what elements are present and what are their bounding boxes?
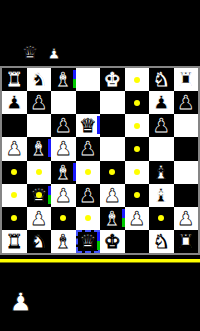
square-d1[interactable]: ♛: [76, 230, 101, 253]
square-d2[interactable]: [76, 207, 101, 230]
square-g7[interactable]: ♟: [149, 91, 174, 114]
square-b4[interactable]: [27, 161, 52, 184]
square-d5[interactable]: ♟: [76, 137, 101, 160]
white-knight: ♞: [153, 232, 170, 251]
square-e4[interactable]: [100, 161, 125, 184]
square-a7[interactable]: ♟: [2, 91, 27, 114]
square-e3[interactable]: ♟: [100, 184, 125, 207]
white-queen: ♛: [79, 232, 96, 251]
square-f7[interactable]: [125, 91, 150, 114]
white-rook: ♜: [177, 232, 194, 251]
black-bishop: ♝: [104, 209, 121, 228]
square-d3[interactable]: ♟: [76, 184, 101, 207]
captured-white-pawn: ♟: [47, 47, 60, 62]
black-pawn: ♟: [153, 116, 170, 135]
indicator-bar-blue: [73, 163, 76, 181]
square-b6[interactable]: [27, 114, 52, 137]
move-hint-dot[interactable]: [109, 169, 115, 175]
move-hint-dot[interactable]: [11, 169, 17, 175]
square-e7[interactable]: [100, 91, 125, 114]
square-h1[interactable]: ♜: [174, 230, 199, 253]
indicator-bar-blue-green: [122, 209, 125, 227]
square-h6[interactable]: [174, 114, 199, 137]
square-h3[interactable]: [174, 184, 199, 207]
square-e6[interactable]: [100, 114, 125, 137]
white-king: ♚: [104, 232, 121, 251]
square-b8[interactable]: ♞: [27, 68, 52, 91]
white-knight: ♞: [30, 232, 47, 251]
move-hint-dot[interactable]: [36, 192, 42, 198]
black-pawn: ♟: [153, 93, 170, 112]
square-c4[interactable]: ♝: [51, 161, 76, 184]
status-divider-shadow: [0, 262, 200, 263]
indicator-bar-blue-green: [97, 232, 100, 250]
square-g1[interactable]: ♞: [149, 230, 174, 253]
black-pawn: ♟: [79, 186, 96, 205]
square-c2[interactable]: [51, 207, 76, 230]
white-pawn: ♟: [55, 186, 72, 205]
move-hint-dot[interactable]: [11, 215, 17, 221]
captured-white-queen: ♛: [22, 44, 38, 62]
square-g5[interactable]: [149, 137, 174, 160]
white-bishop: ♝: [55, 232, 72, 251]
white-pawn: ♟: [30, 209, 47, 228]
square-h4[interactable]: [174, 161, 199, 184]
square-f3[interactable]: [125, 184, 150, 207]
black-rook: ♜: [177, 70, 194, 89]
square-g2[interactable]: [149, 207, 174, 230]
captured-pieces-tray-top: ♛ ♟: [22, 43, 61, 62]
black-pawn: ♟: [6, 93, 23, 112]
black-bishop: ♝: [55, 70, 72, 89]
white-pawn: ♟: [177, 209, 194, 228]
square-c6[interactable]: ♟: [51, 114, 76, 137]
black-pawn: ♟: [79, 139, 96, 158]
square-c3[interactable]: ♟: [51, 184, 76, 207]
square-h8[interactable]: ♜: [174, 68, 199, 91]
black-rook: ♜: [6, 70, 23, 89]
square-a3[interactable]: [2, 184, 27, 207]
square-h7[interactable]: ♟: [174, 91, 199, 114]
move-hint-dot[interactable]: [11, 192, 17, 198]
square-f4[interactable]: [125, 161, 150, 184]
square-c5[interactable]: ♟: [51, 137, 76, 160]
black-pawn: ♟: [55, 116, 72, 135]
square-b7[interactable]: ♟: [27, 91, 52, 114]
square-f8[interactable]: [125, 68, 150, 91]
square-f2[interactable]: ♟: [125, 207, 150, 230]
square-d4[interactable]: [76, 161, 101, 184]
white-pawn: ♟: [6, 139, 23, 158]
indicator-bar-blue: [48, 139, 51, 157]
square-h5[interactable]: [174, 137, 199, 160]
white-pawn: ♟: [128, 209, 145, 228]
black-bishop: ♝: [55, 163, 72, 182]
black-pawn: ♟: [177, 93, 194, 112]
square-g6[interactable]: ♟: [149, 114, 174, 137]
move-hint-dot[interactable]: [60, 215, 66, 221]
black-bishop: ♝: [30, 139, 47, 158]
square-c8[interactable]: ♝: [51, 68, 76, 91]
indicator-bar-blue-green: [48, 186, 51, 204]
square-c7[interactable]: [51, 91, 76, 114]
square-f6[interactable]: [125, 114, 150, 137]
square-f1[interactable]: [125, 230, 150, 253]
square-g3[interactable]: ♝: [149, 184, 174, 207]
white-queen: ♛: [79, 116, 96, 135]
square-f5[interactable]: [125, 137, 150, 160]
move-hint-dot[interactable]: [85, 215, 91, 221]
white-bishop: ♝: [153, 163, 170, 182]
square-d6[interactable]: ♛: [76, 114, 101, 137]
chess-board[interactable]: ♜♞♝♚♞♜♟♟♟♟♟♛♟♟♝♟♟♝♝♛♟♟♟♝♟♝♟♟♜♞♝♛♚♞♜: [0, 66, 200, 255]
black-knight: ♞: [30, 70, 47, 89]
square-a4[interactable]: [2, 161, 27, 184]
move-hint-dot[interactable]: [134, 146, 140, 152]
square-a2[interactable]: [2, 207, 27, 230]
square-e8[interactable]: ♚: [100, 68, 125, 91]
black-bishop: ♝: [153, 186, 170, 205]
square-b5[interactable]: ♝: [27, 137, 52, 160]
move-hint-dot[interactable]: [36, 169, 42, 175]
square-a6[interactable]: [2, 114, 27, 137]
move-hint-dot[interactable]: [134, 77, 140, 83]
white-pawn: ♟: [104, 186, 121, 205]
captured-pieces-tray-bottom: ♟: [9, 289, 32, 315]
move-hint-dot[interactable]: [134, 123, 140, 129]
square-d8[interactable]: [76, 68, 101, 91]
square-b1[interactable]: ♞: [27, 230, 52, 253]
move-hint-dot[interactable]: [85, 169, 91, 175]
square-a5[interactable]: ♟: [2, 137, 27, 160]
square-c1[interactable]: ♝: [51, 230, 76, 253]
square-h2[interactable]: ♟: [174, 207, 199, 230]
square-e5[interactable]: [100, 137, 125, 160]
black-pawn: ♟: [30, 93, 47, 112]
indicator-bar-blue-green: [73, 70, 76, 88]
black-king: ♚: [104, 70, 121, 89]
move-hint-dot[interactable]: [134, 100, 140, 106]
captured-white-pawn-bottom: ♟: [9, 287, 32, 317]
tray-indicator-bar: [41, 45, 44, 61]
square-a8[interactable]: ♜: [2, 68, 27, 91]
square-e2[interactable]: ♝: [100, 207, 125, 230]
white-pawn: ♟: [55, 139, 72, 158]
square-g4[interactable]: ♝: [149, 161, 174, 184]
move-hint-dot[interactable]: [134, 192, 140, 198]
move-hint-dot[interactable]: [158, 215, 164, 221]
square-d7[interactable]: [76, 91, 101, 114]
white-rook: ♜: [6, 232, 23, 251]
move-hint-dot[interactable]: [134, 169, 140, 175]
square-b2[interactable]: ♟: [27, 207, 52, 230]
black-knight: ♞: [153, 70, 170, 89]
square-b3[interactable]: ♛: [27, 184, 52, 207]
chess-app-screen: ♛ ♟ ♜♞♝♚♞♜♟♟♟♟♟♛♟♟♝♟♟♝♝♛♟♟♟♝♟♝♟♟♜♞♝♛♚♞♜ …: [0, 0, 200, 331]
indicator-bar-blue: [97, 116, 100, 134]
square-e1[interactable]: ♚: [100, 230, 125, 253]
square-a1[interactable]: ♜: [2, 230, 27, 253]
square-g8[interactable]: ♞: [149, 68, 174, 91]
